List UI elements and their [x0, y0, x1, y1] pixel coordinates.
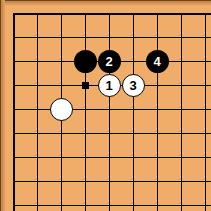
star-point-marker — [82, 82, 89, 89]
grid-lines — [13, 13, 211, 211]
stone-black-move-2: 2 — [98, 50, 121, 73]
board-edge-line-left — [13, 13, 15, 211]
board-edge-line-top — [13, 13, 211, 15]
stone-black-move-4: 4 — [146, 50, 169, 73]
go-board: 2413 — [1, 1, 211, 211]
board-bevel-left — [0, 0, 5, 211]
go-diagram: 2413 — [0, 0, 211, 211]
stone-black — [74, 50, 97, 73]
stone-white-move-1: 1 — [98, 74, 121, 97]
stone-white-move-3: 3 — [122, 74, 145, 97]
stone-white — [50, 98, 73, 121]
board-bevel-top — [0, 0, 211, 5]
